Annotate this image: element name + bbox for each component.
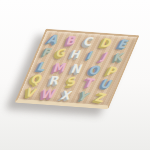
letter-tile-m[interactable]: M [52,61,68,73]
letter-tile-l[interactable]: L [34,59,51,72]
letter-tile-k[interactable]: K [112,52,126,64]
letter-tile-r[interactable]: R [46,75,62,87]
letter-tile-a[interactable]: A [45,33,62,46]
letter-tile-e[interactable]: E [115,37,133,51]
letter-tile-v[interactable]: V [22,86,39,99]
letter-tile-i[interactable]: I [82,49,97,62]
letter-tile-j[interactable]: J [97,50,113,63]
letter-tile-n[interactable]: N [69,62,86,75]
letter-tile-y[interactable]: Y [75,89,93,103]
letter-tile-d[interactable]: D [97,36,114,49]
letter-tile-z[interactable]: Z [92,91,110,105]
letter-tile-c[interactable]: C [80,35,97,48]
letter-tile-h[interactable]: H [68,48,83,60]
letter-tile-o[interactable]: O [86,63,103,76]
letter-tile-w[interactable]: W [40,88,58,100]
letter-tile-s[interactable]: S [64,75,79,89]
letter-tile-u[interactable]: U [98,77,116,91]
letter-tile-f[interactable]: F [39,46,54,59]
letter-tile-q[interactable]: Q [28,73,45,86]
letter-tile-x[interactable]: X [58,89,75,102]
puzzle-board: ABCDEFGHIJKLMNOPQRSTUVWXYZ [14,29,139,110]
letter-grid: ABCDEFGHIJKLMNOPQRSTUVWXYZ [22,33,131,104]
photo-scene: ABCDEFGHIJKLMNOPQRSTUVWXYZ [0,0,150,150]
letter-tile-g[interactable]: G [54,48,68,60]
letter-tile-t[interactable]: T [80,76,97,89]
letter-tile-b[interactable]: B [63,35,79,47]
